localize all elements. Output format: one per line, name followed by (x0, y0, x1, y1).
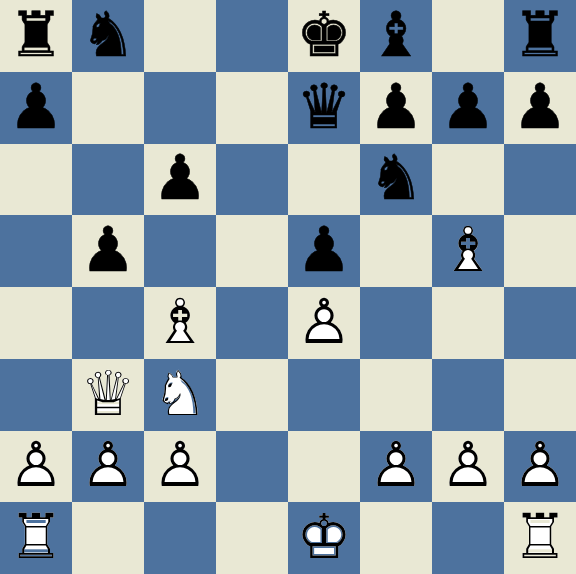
piece-black-king[interactable]: ♚ (288, 0, 360, 72)
black-pawn-icon: ♟ (440, 76, 496, 138)
square-d8[interactable] (216, 0, 288, 72)
square-h3[interactable] (504, 359, 576, 431)
square-b2[interactable]: ♟♙ (72, 431, 144, 503)
square-c1[interactable] (144, 502, 216, 574)
square-f7[interactable]: ♟ (360, 72, 432, 144)
piece-black-knight[interactable]: ♞ (360, 144, 432, 216)
white-pawn-outline-icon: ♙ (512, 434, 568, 496)
piece-white-pawn[interactable]: ♟♙ (72, 431, 144, 503)
square-e1[interactable]: ♚♔ (288, 502, 360, 574)
square-d6[interactable] (216, 144, 288, 216)
black-knight-icon: ♞ (368, 147, 424, 209)
square-a2[interactable]: ♟♙ (0, 431, 72, 503)
white-bishop-outline-icon: ♗ (152, 291, 208, 353)
square-a7[interactable]: ♟ (0, 72, 72, 144)
piece-black-knight[interactable]: ♞ (72, 0, 144, 72)
square-c8[interactable] (144, 0, 216, 72)
square-b5[interactable]: ♟ (72, 215, 144, 287)
piece-white-king[interactable]: ♚♔ (288, 502, 360, 574)
black-queen-icon: ♛ (296, 76, 352, 138)
black-pawn-icon: ♟ (8, 76, 64, 138)
black-knight-icon: ♞ (80, 4, 136, 66)
square-a8[interactable]: ♜ (0, 0, 72, 72)
square-h8[interactable]: ♜ (504, 0, 576, 72)
square-d1[interactable] (216, 502, 288, 574)
square-a1[interactable]: ♜♖ (0, 502, 72, 574)
square-a5[interactable] (0, 215, 72, 287)
black-king-icon: ♚ (296, 4, 352, 66)
square-b6[interactable] (72, 144, 144, 216)
white-pawn-outline-icon: ♙ (8, 434, 64, 496)
chess-board: ♜♞♚♝♜♟♛♟♟♟♟♞♟♟♝♗♝♗♟♙♛♕♞♘♟♙♟♙♟♙♟♙♟♙♟♙♜♖♚♔… (0, 0, 576, 574)
square-g4[interactable] (432, 287, 504, 359)
piece-black-pawn[interactable]: ♟ (0, 72, 72, 144)
black-rook-icon: ♜ (512, 4, 568, 66)
piece-black-queen[interactable]: ♛ (288, 72, 360, 144)
piece-white-pawn[interactable]: ♟♙ (0, 431, 72, 503)
piece-white-knight[interactable]: ♞♘ (144, 359, 216, 431)
square-e5[interactable]: ♟ (288, 215, 360, 287)
piece-black-rook[interactable]: ♜ (0, 0, 72, 72)
piece-black-pawn[interactable]: ♟ (360, 72, 432, 144)
square-g6[interactable] (432, 144, 504, 216)
piece-black-bishop[interactable]: ♝ (360, 0, 432, 72)
square-b8[interactable]: ♞ (72, 0, 144, 72)
square-h6[interactable] (504, 144, 576, 216)
square-d7[interactable] (216, 72, 288, 144)
square-f8[interactable]: ♝ (360, 0, 432, 72)
square-h4[interactable] (504, 287, 576, 359)
square-c6[interactable]: ♟ (144, 144, 216, 216)
square-h2[interactable]: ♟♙ (504, 431, 576, 503)
piece-white-pawn[interactable]: ♟♙ (360, 431, 432, 503)
square-e3[interactable] (288, 359, 360, 431)
black-rook-icon: ♜ (8, 4, 64, 66)
square-d3[interactable] (216, 359, 288, 431)
white-pawn-outline-icon: ♙ (368, 434, 424, 496)
piece-white-pawn[interactable]: ♟♙ (432, 431, 504, 503)
white-knight-outline-icon: ♘ (152, 363, 208, 425)
square-g8[interactable] (432, 0, 504, 72)
black-pawn-icon: ♟ (368, 76, 424, 138)
square-c5[interactable] (144, 215, 216, 287)
piece-black-pawn[interactable]: ♟ (72, 215, 144, 287)
square-g2[interactable]: ♟♙ (432, 431, 504, 503)
square-h5[interactable] (504, 215, 576, 287)
square-a3[interactable] (0, 359, 72, 431)
square-d4[interactable] (216, 287, 288, 359)
square-g5[interactable]: ♝♗ (432, 215, 504, 287)
black-bishop-icon: ♝ (368, 4, 424, 66)
square-c2[interactable]: ♟♙ (144, 431, 216, 503)
square-a6[interactable] (0, 144, 72, 216)
piece-white-pawn[interactable]: ♟♙ (504, 431, 576, 503)
square-e8[interactable]: ♚ (288, 0, 360, 72)
square-h7[interactable]: ♟ (504, 72, 576, 144)
square-b3[interactable]: ♛♕ (72, 359, 144, 431)
square-e7[interactable]: ♛ (288, 72, 360, 144)
square-b1[interactable] (72, 502, 144, 574)
black-pawn-icon: ♟ (512, 76, 568, 138)
white-queen-outline-icon: ♕ (80, 363, 136, 425)
square-f3[interactable] (360, 359, 432, 431)
square-h1[interactable]: ♜♖ (504, 502, 576, 574)
white-pawn-outline-icon: ♙ (152, 434, 208, 496)
piece-black-pawn[interactable]: ♟ (288, 215, 360, 287)
white-rook-outline-icon: ♖ (512, 506, 568, 568)
piece-white-queen[interactable]: ♛♕ (72, 359, 144, 431)
square-d5[interactable] (216, 215, 288, 287)
square-f2[interactable]: ♟♙ (360, 431, 432, 503)
square-f1[interactable] (360, 502, 432, 574)
piece-white-bishop[interactable]: ♝♗ (432, 215, 504, 287)
piece-black-rook[interactable]: ♜ (504, 0, 576, 72)
square-g3[interactable] (432, 359, 504, 431)
square-c4[interactable]: ♝♗ (144, 287, 216, 359)
piece-white-rook[interactable]: ♜♖ (504, 502, 576, 574)
square-b4[interactable] (72, 287, 144, 359)
square-e2[interactable] (288, 431, 360, 503)
piece-black-pawn[interactable]: ♟ (504, 72, 576, 144)
white-rook-outline-icon: ♖ (8, 506, 64, 568)
piece-white-bishop[interactable]: ♝♗ (144, 287, 216, 359)
square-g7[interactable]: ♟ (432, 72, 504, 144)
square-c3[interactable]: ♞♘ (144, 359, 216, 431)
square-f4[interactable] (360, 287, 432, 359)
white-pawn-outline-icon: ♙ (80, 434, 136, 496)
square-e6[interactable] (288, 144, 360, 216)
white-king-outline-icon: ♔ (296, 506, 352, 568)
piece-black-pawn[interactable]: ♟ (144, 144, 216, 216)
square-f6[interactable]: ♞ (360, 144, 432, 216)
square-d2[interactable] (216, 431, 288, 503)
square-b7[interactable] (72, 72, 144, 144)
piece-white-pawn[interactable]: ♟♙ (288, 287, 360, 359)
black-pawn-icon: ♟ (80, 219, 136, 281)
white-bishop-outline-icon: ♗ (440, 219, 496, 281)
square-e4[interactable]: ♟♙ (288, 287, 360, 359)
black-pawn-icon: ♟ (152, 147, 208, 209)
square-g1[interactable] (432, 502, 504, 574)
black-pawn-icon: ♟ (296, 219, 352, 281)
square-c7[interactable] (144, 72, 216, 144)
white-pawn-outline-icon: ♙ (296, 291, 352, 353)
white-pawn-outline-icon: ♙ (440, 434, 496, 496)
piece-white-rook[interactable]: ♜♖ (0, 502, 72, 574)
square-f5[interactable] (360, 215, 432, 287)
piece-black-pawn[interactable]: ♟ (432, 72, 504, 144)
square-a4[interactable] (0, 287, 72, 359)
piece-white-pawn[interactable]: ♟♙ (144, 431, 216, 503)
